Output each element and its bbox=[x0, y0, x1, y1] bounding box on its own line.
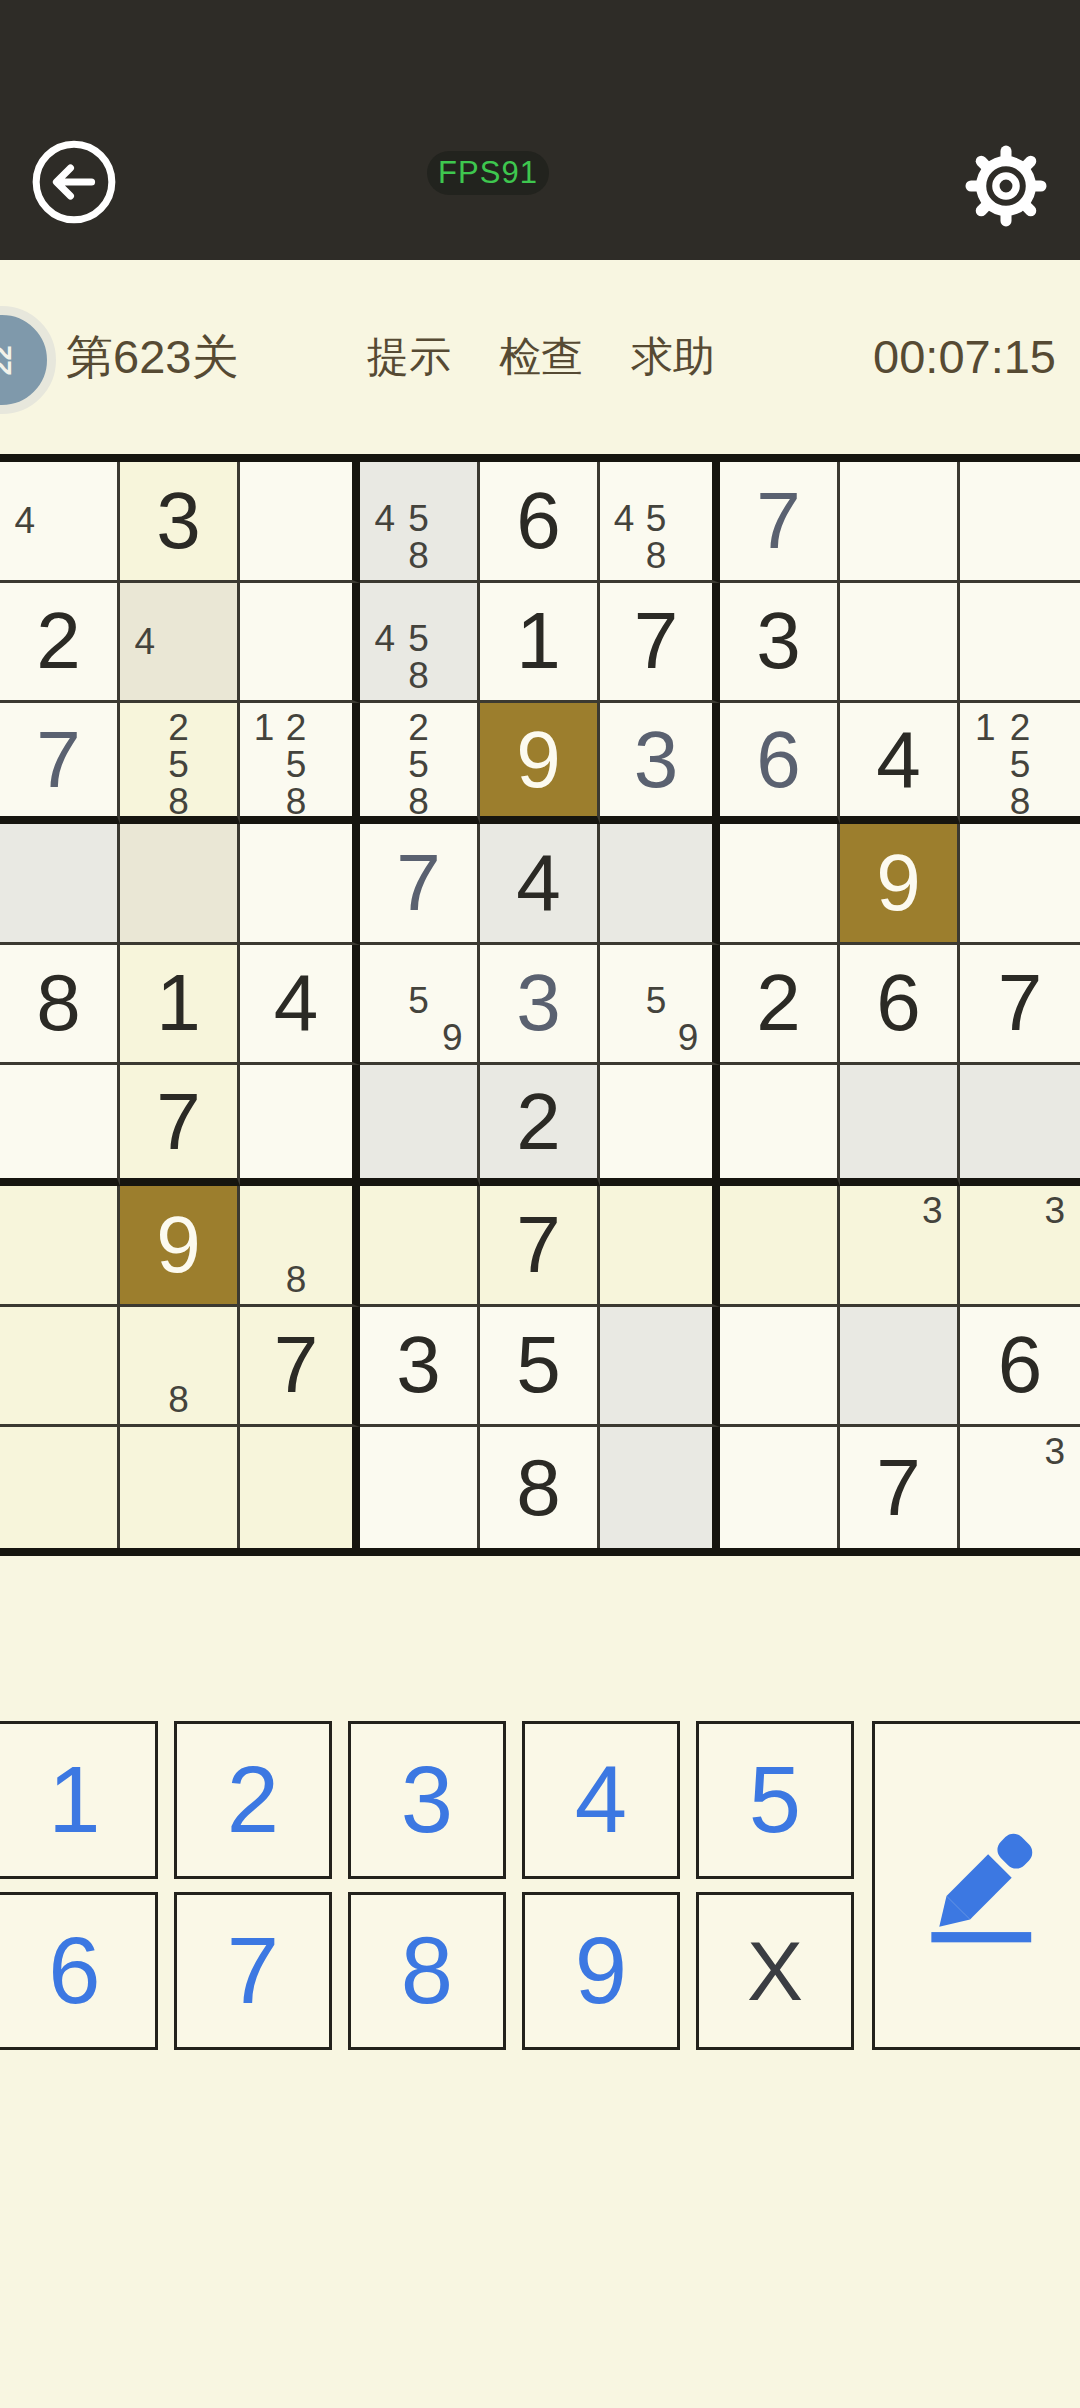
pencil-mark-slot bbox=[1037, 1263, 1072, 1297]
pencil-mark-slot bbox=[672, 468, 704, 500]
pencil-mark-slot: 5 bbox=[640, 500, 672, 537]
cell-value: 6 bbox=[516, 481, 561, 561]
pencil-marks: 8 bbox=[240, 1186, 352, 1304]
pencil-mark-slot bbox=[435, 951, 469, 983]
pencil-mark-slot bbox=[1037, 1229, 1072, 1263]
pencil-marks: 8 bbox=[120, 1307, 237, 1425]
pencil-mark-slot bbox=[608, 1019, 640, 1056]
pencil-mark-slot: 4 bbox=[368, 620, 402, 657]
cell-r2c3[interactable] bbox=[240, 583, 360, 704]
cell-value: 4 bbox=[876, 720, 921, 800]
cell-r5c2[interactable]: 1 bbox=[120, 945, 240, 1066]
cell-value: 6 bbox=[876, 963, 921, 1043]
pencil-mark-slot bbox=[162, 660, 196, 694]
cell-value: 3 bbox=[634, 720, 679, 800]
cell-r9c1[interactable] bbox=[0, 1427, 120, 1548]
cell-r7c7[interactable] bbox=[720, 1186, 840, 1307]
pencil-mark-slot bbox=[162, 623, 196, 660]
cell-r5c6[interactable]: 59 bbox=[600, 945, 720, 1066]
cell-value: 3 bbox=[516, 963, 561, 1043]
cell-r7c2[interactable]: 9 bbox=[120, 1186, 240, 1307]
cell-r9c8[interactable]: 7 bbox=[840, 1427, 960, 1548]
pencil-mark-slot bbox=[128, 746, 162, 783]
pencil-mark-slot bbox=[248, 783, 280, 820]
pencil-mark-slot bbox=[248, 1226, 280, 1260]
cell-r5c9[interactable]: 7 bbox=[960, 945, 1080, 1066]
pencil-mark-slot: 4 bbox=[368, 500, 402, 537]
cell-value: 2 bbox=[756, 963, 801, 1043]
pencil-mark-slot: 4 bbox=[8, 502, 42, 539]
pencil-mark-slot bbox=[248, 1261, 280, 1298]
cell-r8c5[interactable]: 5 bbox=[480, 1307, 600, 1428]
cell-r1c2[interactable]: 3 bbox=[120, 462, 240, 583]
cell-r2c5[interactable]: 1 bbox=[480, 583, 600, 704]
cell-r7c6[interactable] bbox=[600, 1186, 720, 1307]
cell-r1c3[interactable] bbox=[240, 462, 360, 583]
cell-value: 7 bbox=[876, 1448, 921, 1528]
pencil-mark-slot bbox=[368, 468, 402, 500]
pencil-mark-slot bbox=[848, 1192, 882, 1229]
pencil-mark-slot: 5 bbox=[1003, 746, 1038, 783]
pencil-mark-slot bbox=[435, 709, 469, 746]
pencil-mark-slot bbox=[968, 746, 1003, 783]
cell-r8c7[interactable] bbox=[720, 1307, 840, 1428]
cell-r7c8[interactable]: 3 bbox=[840, 1186, 960, 1307]
pencil-marks: 458 bbox=[360, 583, 477, 701]
pencil-mark-slot bbox=[968, 1263, 1003, 1297]
pencil-mark-slot: 5 bbox=[402, 982, 436, 1019]
cell-value: 1 bbox=[516, 601, 561, 681]
cell-value: 3 bbox=[756, 601, 801, 681]
pencil-mark-slot bbox=[435, 783, 469, 820]
cell-value: 8 bbox=[36, 963, 81, 1043]
pencil-mark-slot bbox=[368, 537, 402, 574]
pencil-mark-slot: 4 bbox=[128, 623, 162, 660]
pencil-mark-slot bbox=[368, 589, 402, 621]
pencil-mark-slot bbox=[312, 709, 344, 746]
pencil-marks: 1258 bbox=[960, 703, 1080, 816]
pencil-marks: 258 bbox=[120, 703, 237, 816]
pencil-marks: 4 bbox=[120, 583, 237, 701]
cell-r2c8[interactable] bbox=[840, 583, 960, 704]
pencil-mark-slot bbox=[128, 783, 162, 820]
pencil-marks: 59 bbox=[600, 945, 712, 1063]
pencil-marks: 4 bbox=[0, 462, 117, 580]
cell-r5c7[interactable]: 2 bbox=[720, 945, 840, 1066]
pencil-mark-slot: 8 bbox=[280, 1261, 312, 1298]
pencil-mark-slot: 8 bbox=[640, 537, 672, 574]
pencil-mark-slot bbox=[435, 746, 469, 783]
cell-value: 9 bbox=[516, 720, 561, 800]
pencil-mark-slot bbox=[1037, 1470, 1072, 1506]
pencil-mark-slot: 8 bbox=[162, 783, 196, 820]
cell-r4c4[interactable]: 7 bbox=[360, 824, 480, 945]
pencil-mark-slot bbox=[8, 468, 42, 502]
check-button[interactable]: 检查 bbox=[499, 330, 583, 384]
gear-icon bbox=[960, 140, 1052, 232]
pencil-mark-slot bbox=[128, 1347, 162, 1381]
pencil-mark-slot bbox=[280, 1226, 312, 1260]
cell-r8c9[interactable]: 6 bbox=[960, 1307, 1080, 1428]
cell-r3c1[interactable]: 7 bbox=[0, 703, 120, 824]
num-7-button[interactable]: 7 bbox=[174, 1892, 332, 2050]
cell-r3c8[interactable]: 4 bbox=[840, 703, 960, 824]
cell-r6c4[interactable] bbox=[360, 1065, 480, 1186]
pencil-mark-slot bbox=[640, 468, 672, 500]
pencil-mark-slot bbox=[8, 539, 42, 573]
cell-value: 6 bbox=[756, 720, 801, 800]
cell-r6c5[interactable]: 2 bbox=[480, 1065, 600, 1186]
pencil-mark-slot bbox=[608, 982, 640, 1019]
cell-r9c2[interactable] bbox=[120, 1427, 240, 1548]
cell-r6c8[interactable] bbox=[840, 1065, 960, 1186]
pencil-mark-slot: 8 bbox=[402, 657, 436, 694]
pencil-marks: 458 bbox=[360, 462, 477, 580]
cell-r4c8[interactable]: 9 bbox=[840, 824, 960, 945]
cell-value: 7 bbox=[756, 481, 801, 561]
pencil-mark-slot bbox=[75, 468, 109, 502]
cell-r5c8[interactable]: 6 bbox=[840, 945, 960, 1066]
pencil-mark-slot bbox=[672, 537, 704, 574]
pencil-mark-slot bbox=[42, 502, 76, 539]
cell-r4c9[interactable] bbox=[960, 824, 1080, 945]
pencil-icon bbox=[916, 1822, 1044, 1950]
pencil-mark-slot bbox=[1003, 1263, 1038, 1297]
cell-r2c1[interactable]: 2 bbox=[0, 583, 120, 704]
cell-r1c5[interactable]: 6 bbox=[480, 462, 600, 583]
back-arrow-icon bbox=[30, 138, 118, 226]
cell-r6c3[interactable] bbox=[240, 1065, 360, 1186]
back-button[interactable] bbox=[30, 138, 118, 226]
cell-value: 8 bbox=[516, 1448, 561, 1528]
level-label: 第623关 bbox=[66, 330, 238, 384]
cell-r8c2[interactable]: 8 bbox=[120, 1307, 240, 1428]
cell-r2c9[interactable] bbox=[960, 583, 1080, 704]
cell-r6c1[interactable] bbox=[0, 1065, 120, 1186]
cell-r8c4[interactable]: 3 bbox=[360, 1307, 480, 1428]
pencil-mark-slot bbox=[368, 746, 402, 783]
pencil-mark-slot bbox=[435, 982, 469, 1019]
timer: 00:07:15 bbox=[873, 330, 1056, 384]
pencil-mark-slot bbox=[882, 1229, 916, 1263]
cell-r7c4[interactable] bbox=[360, 1186, 480, 1307]
cell-value: 7 bbox=[274, 1325, 319, 1405]
pencil-mark-slot bbox=[848, 1229, 882, 1263]
pencil-mark-slot bbox=[128, 709, 162, 746]
cell-r4c1[interactable] bbox=[0, 824, 120, 945]
num-6-button[interactable]: 6 bbox=[0, 1892, 158, 2050]
cell-r8c6[interactable] bbox=[600, 1307, 720, 1428]
cell-r9c6[interactable] bbox=[600, 1427, 720, 1548]
pencil-mark-slot bbox=[1003, 1506, 1038, 1542]
clear-button[interactable]: X bbox=[696, 1892, 854, 2050]
pencil-mark-slot: 4 bbox=[608, 500, 640, 537]
cell-value: 3 bbox=[156, 481, 201, 561]
pencil-mark-slot bbox=[640, 1019, 672, 1056]
cell-r1c9[interactable] bbox=[960, 462, 1080, 583]
pencil-mark-slot bbox=[312, 746, 344, 783]
sudoku-app-screen: FPS91 22 第623关 提示 检查 求助 00:07:15 4345864… bbox=[0, 0, 1080, 2408]
pencil-mark-slot bbox=[402, 468, 436, 500]
cell-r2c2[interactable]: 4 bbox=[120, 583, 240, 704]
pencil-mark-slot bbox=[608, 537, 640, 574]
pencil-mark-slot: 1 bbox=[248, 709, 280, 746]
pencil-marks: 458 bbox=[600, 462, 712, 580]
pencil-mark-slot: 1 bbox=[968, 709, 1003, 746]
cell-r4c2[interactable] bbox=[120, 824, 240, 945]
pencil-mark-slot bbox=[435, 500, 469, 537]
pencil-mark-slot bbox=[312, 783, 344, 820]
cell-r7c3[interactable]: 8 bbox=[240, 1186, 360, 1307]
pencil-mark-slot bbox=[882, 1263, 916, 1297]
cell-r4c7[interactable] bbox=[720, 824, 840, 945]
pencil-mark-slot bbox=[1003, 1470, 1038, 1506]
pencil-mark-slot bbox=[435, 589, 469, 621]
pencil-marks: 59 bbox=[360, 945, 477, 1063]
pencil-mark-slot: 8 bbox=[1003, 783, 1038, 820]
cell-value: 6 bbox=[998, 1325, 1043, 1405]
pencil-mark-slot: 8 bbox=[280, 783, 312, 820]
pencil-mark-slot bbox=[402, 589, 436, 621]
cell-r2c6[interactable]: 7 bbox=[600, 583, 720, 704]
pencil-mark-slot bbox=[42, 539, 76, 573]
cell-value: 4 bbox=[516, 843, 561, 923]
pencil-mark-slot bbox=[75, 502, 109, 539]
pencil-mark-slot bbox=[312, 1226, 344, 1260]
cell-r1c4[interactable]: 458 bbox=[360, 462, 480, 583]
pencil-mark-slot bbox=[368, 783, 402, 820]
cell-r3c2[interactable]: 258 bbox=[120, 703, 240, 824]
pencil-mark-slot bbox=[128, 1381, 162, 1418]
pencil-mark-slot: 5 bbox=[402, 500, 436, 537]
cell-r3c3[interactable]: 1258 bbox=[240, 703, 360, 824]
cell-value: 9 bbox=[876, 843, 921, 923]
sudoku-board: 4345864587244581737258125825893641258749… bbox=[0, 454, 1080, 1556]
cell-r6c2[interactable]: 7 bbox=[120, 1065, 240, 1186]
pencil-mark-slot bbox=[128, 660, 162, 694]
pencil-mark-slot: 8 bbox=[402, 537, 436, 574]
cell-r7c9[interactable]: 3 bbox=[960, 1186, 1080, 1307]
pencil-mark-slot bbox=[672, 500, 704, 537]
cell-r9c7[interactable] bbox=[720, 1427, 840, 1548]
pencil-mark-slot bbox=[195, 1347, 229, 1381]
pencil-mark-slot bbox=[248, 1192, 280, 1226]
cell-value: 1 bbox=[156, 963, 201, 1043]
cell-value: 4 bbox=[274, 963, 319, 1043]
pencil-mark-slot bbox=[368, 951, 402, 983]
cell-r1c1[interactable]: 4 bbox=[0, 462, 120, 583]
cell-r3c9[interactable]: 1258 bbox=[960, 703, 1080, 824]
pencil-mark-slot bbox=[968, 1192, 1003, 1229]
cell-value: 7 bbox=[998, 963, 1043, 1043]
cell-r6c9[interactable] bbox=[960, 1065, 1080, 1186]
settings-button[interactable] bbox=[960, 140, 1052, 232]
pencil-mark-slot bbox=[195, 589, 229, 623]
pencil-mark-slot bbox=[195, 783, 229, 820]
help-button[interactable]: 求助 bbox=[631, 330, 715, 384]
pencil-mark-slot bbox=[915, 1229, 949, 1263]
num-3-button[interactable]: 3 bbox=[348, 1721, 506, 1879]
pencil-mark-slot: 8 bbox=[162, 1381, 196, 1418]
cell-value: 5 bbox=[516, 1325, 561, 1405]
pencil-mark-slot bbox=[1037, 746, 1072, 783]
pencil-mark-slot: 2 bbox=[280, 709, 312, 746]
cell-r5c3[interactable]: 4 bbox=[240, 945, 360, 1066]
cell-r1c7[interactable]: 7 bbox=[720, 462, 840, 583]
cell-r4c6[interactable] bbox=[600, 824, 720, 945]
cell-r9c9[interactable]: 3 bbox=[960, 1427, 1080, 1548]
pencil-mark-slot bbox=[915, 1263, 949, 1297]
pencil-mark-slot bbox=[1003, 1229, 1038, 1263]
pencil-mark-slot bbox=[128, 1313, 162, 1347]
cell-value: 7 bbox=[396, 843, 441, 923]
pencil-mark-slot bbox=[195, 660, 229, 694]
pencil-mark-slot bbox=[1037, 1506, 1072, 1542]
cell-r9c3[interactable] bbox=[240, 1427, 360, 1548]
pencil-mark-slot bbox=[882, 1192, 916, 1229]
fps-value: FPS91 bbox=[438, 155, 538, 191]
cell-value: 2 bbox=[36, 601, 81, 681]
pencil-mark-slot bbox=[368, 657, 402, 694]
pencil-mark-slot bbox=[968, 1433, 1003, 1470]
pencil-mark-slot bbox=[368, 709, 402, 746]
pencil-mark-slot bbox=[162, 589, 196, 623]
level-badge: 22 bbox=[0, 306, 56, 414]
numpad-row-2: 6789X bbox=[0, 1892, 854, 2050]
pencil-mark-slot: 5 bbox=[162, 746, 196, 783]
cell-r3c6[interactable]: 3 bbox=[600, 703, 720, 824]
hint-button[interactable]: 提示 bbox=[367, 330, 451, 384]
num-2-button[interactable]: 2 bbox=[174, 1721, 332, 1879]
pencil-mark-slot: 9 bbox=[435, 1019, 469, 1056]
pencil-marks: 1258 bbox=[240, 703, 352, 816]
cell-r2c7[interactable]: 3 bbox=[720, 583, 840, 704]
pencil-mark-slot bbox=[368, 1019, 402, 1056]
cell-r9c5[interactable]: 8 bbox=[480, 1427, 600, 1548]
num-8-button[interactable]: 8 bbox=[348, 1892, 506, 2050]
pencil-marks: 3 bbox=[840, 1186, 957, 1304]
pencil-mark-slot bbox=[312, 1192, 344, 1226]
cell-r1c6[interactable]: 458 bbox=[600, 462, 720, 583]
pencil-mark-slot: 3 bbox=[915, 1192, 949, 1229]
pencil-mark-slot bbox=[608, 468, 640, 500]
pencil-mark-slot bbox=[640, 951, 672, 983]
pencil-mark-slot: 5 bbox=[402, 746, 436, 783]
pencil-mark-slot bbox=[968, 1506, 1003, 1542]
pencil-mark-slot bbox=[968, 1229, 1003, 1263]
cell-value: 7 bbox=[156, 1082, 201, 1162]
cell-r3c7[interactable]: 6 bbox=[720, 703, 840, 824]
cell-value: 3 bbox=[396, 1325, 441, 1405]
num-4-button[interactable]: 4 bbox=[522, 1721, 680, 1879]
cell-r9c4[interactable] bbox=[360, 1427, 480, 1548]
pencil-mark-slot bbox=[1003, 1433, 1038, 1470]
pencil-mark-slot bbox=[435, 468, 469, 500]
pencil-mark-slot bbox=[195, 623, 229, 660]
pencil-mark-slot bbox=[968, 1470, 1003, 1506]
pencil-mark-slot bbox=[968, 783, 1003, 820]
pencil-mark-slot bbox=[435, 537, 469, 574]
fps-badge: FPS91 bbox=[427, 151, 549, 195]
pencil-mark-slot bbox=[248, 746, 280, 783]
cell-r7c1[interactable] bbox=[0, 1186, 120, 1307]
pencil-mark-slot bbox=[195, 709, 229, 746]
cell-r4c3[interactable] bbox=[240, 824, 360, 945]
cell-value: 9 bbox=[156, 1205, 201, 1285]
pencil-mark-slot bbox=[672, 982, 704, 1019]
pencil-marks: 3 bbox=[960, 1186, 1080, 1304]
cell-value: 7 bbox=[634, 601, 679, 681]
pencil-mark-slot bbox=[402, 951, 436, 983]
pencil-mark-slot: 2 bbox=[162, 709, 196, 746]
pencil-mark-slot bbox=[128, 589, 162, 623]
num-5-button[interactable]: 5 bbox=[696, 1721, 854, 1879]
cell-value: 2 bbox=[516, 1082, 561, 1162]
pencil-mark-slot: 2 bbox=[1003, 709, 1038, 746]
pencil-mark-slot bbox=[195, 1381, 229, 1418]
pencil-mark-slot: 3 bbox=[1037, 1433, 1072, 1470]
num-1-button[interactable]: 1 bbox=[0, 1721, 158, 1879]
pencil-mark-slot bbox=[195, 746, 229, 783]
pencil-marks: 258 bbox=[360, 703, 477, 816]
cell-r8c1[interactable] bbox=[0, 1307, 120, 1428]
cell-r3c5[interactable]: 9 bbox=[480, 703, 600, 824]
pencil-mark-slot bbox=[312, 1261, 344, 1298]
cell-r5c5[interactable]: 3 bbox=[480, 945, 600, 1066]
pencil-mark-slot bbox=[1037, 783, 1072, 820]
pencil-mark-slot: 5 bbox=[402, 620, 436, 657]
pencil-mark-slot bbox=[195, 1313, 229, 1347]
cell-r4c5[interactable]: 4 bbox=[480, 824, 600, 945]
cell-value: 7 bbox=[516, 1205, 561, 1285]
pencil-mark-slot: 8 bbox=[402, 783, 436, 820]
pencil-mark-slot bbox=[608, 951, 640, 983]
cell-r3c4[interactable]: 258 bbox=[360, 703, 480, 824]
cell-r6c7[interactable] bbox=[720, 1065, 840, 1186]
pencil-mark-slot bbox=[368, 982, 402, 1019]
cell-r2c4[interactable]: 458 bbox=[360, 583, 480, 704]
cell-r7c5[interactable]: 7 bbox=[480, 1186, 600, 1307]
pencil-mark-slot: 5 bbox=[280, 746, 312, 783]
pencil-marks: 3 bbox=[960, 1427, 1080, 1548]
cell-r6c6[interactable] bbox=[600, 1065, 720, 1186]
cell-r5c1[interactable]: 8 bbox=[0, 945, 120, 1066]
cell-r1c8[interactable] bbox=[840, 462, 960, 583]
level-badge-text: 22 bbox=[0, 345, 17, 375]
top-bar: FPS91 bbox=[0, 0, 1080, 260]
pencil-mark-slot bbox=[42, 468, 76, 502]
pencil-mark-slot: 9 bbox=[672, 1019, 704, 1056]
pencil-mark-slot: 2 bbox=[402, 709, 436, 746]
pencil-mark-slot bbox=[435, 620, 469, 657]
cell-r5c4[interactable]: 59 bbox=[360, 945, 480, 1066]
pencil-mark-slot bbox=[162, 1313, 196, 1347]
pencil-mark-slot bbox=[75, 539, 109, 573]
cell-r8c8[interactable] bbox=[840, 1307, 960, 1428]
pencil-mark-slot: 5 bbox=[640, 982, 672, 1019]
pencil-mark-slot bbox=[162, 1347, 196, 1381]
cell-r8c3[interactable]: 7 bbox=[240, 1307, 360, 1428]
cell-value: 7 bbox=[36, 720, 81, 800]
num-9-button[interactable]: 9 bbox=[522, 1892, 680, 2050]
pencil-mode-button[interactable] bbox=[872, 1721, 1080, 2050]
pencil-mark-slot bbox=[672, 951, 704, 983]
numpad-row-1: 12345 bbox=[0, 1721, 854, 1879]
pencil-mark-slot bbox=[280, 1192, 312, 1226]
pencil-mark-slot bbox=[1003, 1192, 1038, 1229]
pencil-mark-slot bbox=[848, 1263, 882, 1297]
pencil-mark-slot: 3 bbox=[1037, 1192, 1072, 1229]
